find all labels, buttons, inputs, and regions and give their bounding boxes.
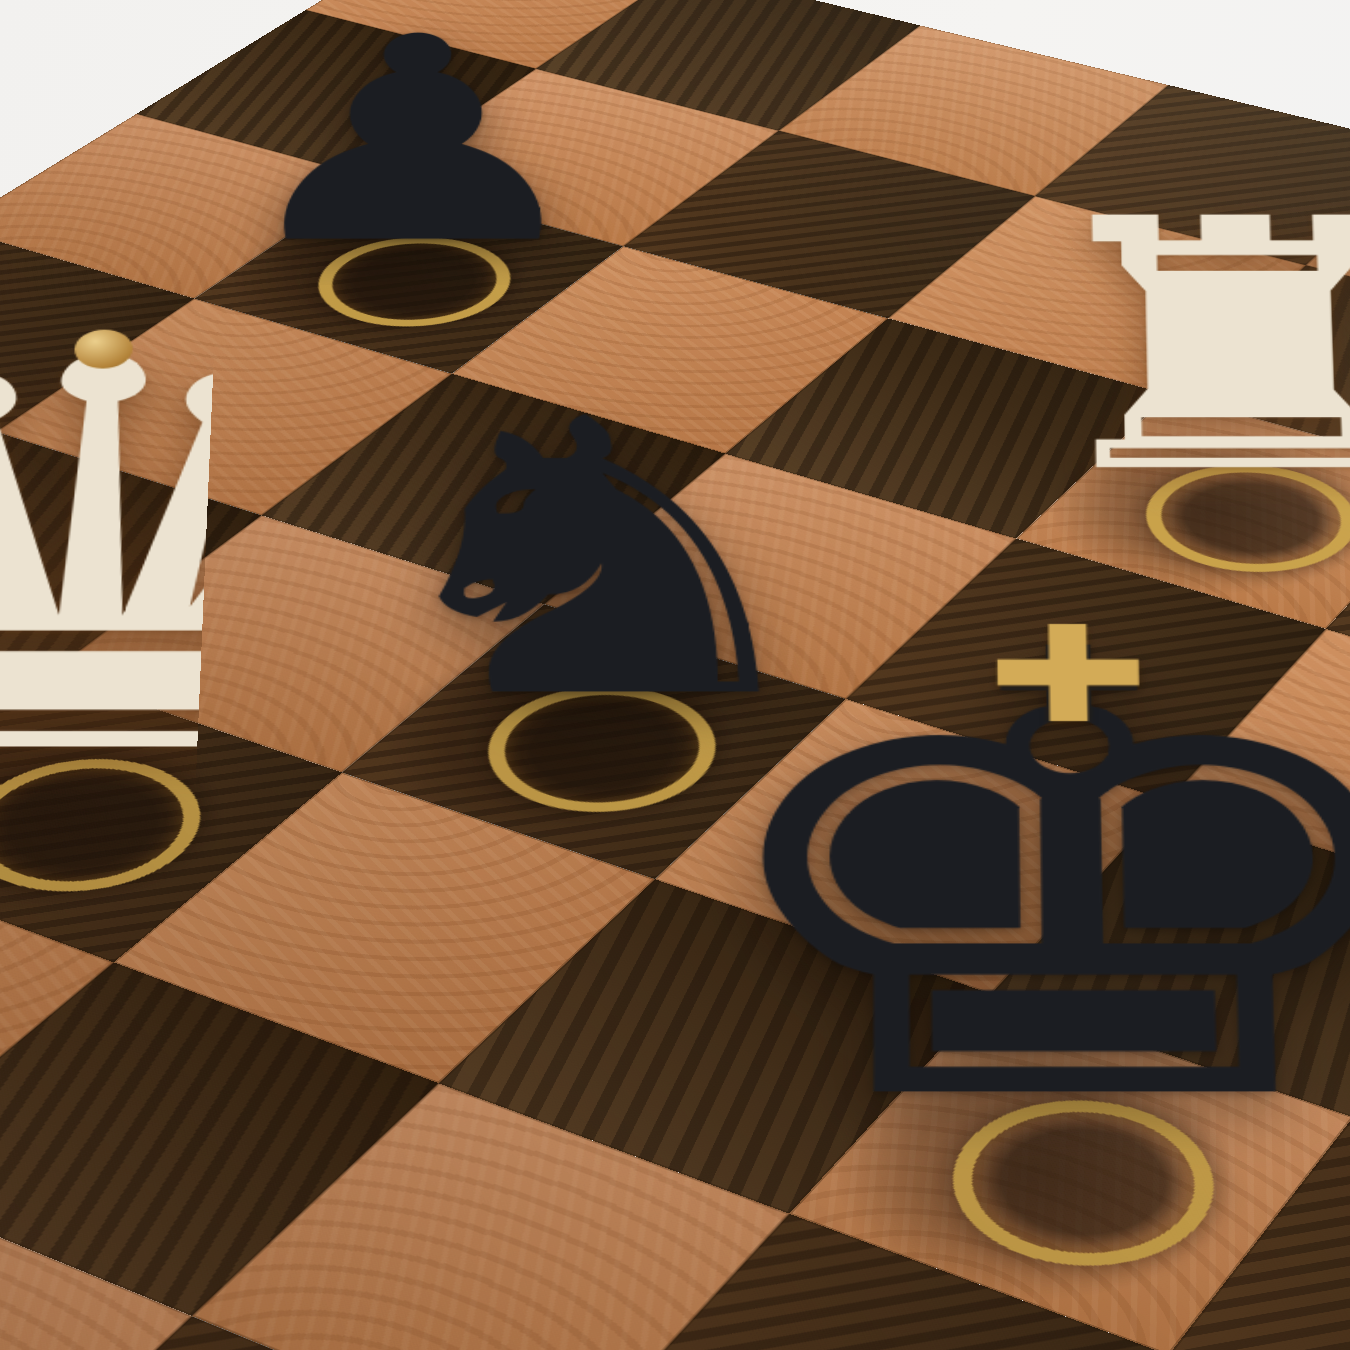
- scene: ♟♜♞♛♚✚: [0, 0, 1350, 1350]
- king-gold-cross: ✚: [986, 609, 1151, 742]
- chess-board: ♟♜♞♛♚✚: [0, 0, 1350, 1350]
- white-queen-glyph: ♛: [0, 315, 453, 810]
- black-pawn-glyph: ♟: [218, 12, 608, 272]
- product-photo: ♟♜♞♛♚✚: [0, 0, 1350, 1350]
